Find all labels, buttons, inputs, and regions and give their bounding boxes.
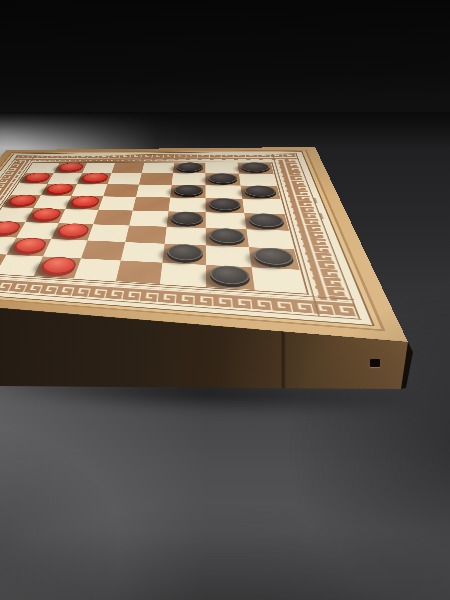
black-piece[interactable]: ⛂: [173, 185, 202, 196]
square-r2c8[interactable]: [239, 174, 277, 186]
square-r3c3[interactable]: [71, 184, 107, 196]
square-r2c6[interactable]: [172, 173, 206, 185]
square-r4c3[interactable]: ⛀: [65, 196, 103, 210]
square-r8c8[interactable]: [252, 267, 306, 293]
square-r1c6[interactable]: ⛂: [173, 163, 205, 174]
checkerboard: ⛀⛂⛂⛀⛀⛂⛀⛂⛂⛀⛀⛂⛀⛂⛂⛀⛀⛂⛀⛂⛂⛀⛀⛂: [0, 162, 306, 293]
square-r1c7[interactable]: [205, 163, 239, 174]
black-piece[interactable]: ⛂: [240, 162, 270, 171]
square-r2c5[interactable]: [139, 173, 173, 185]
square-r7c6[interactable]: ⛂: [162, 244, 206, 265]
red-piece[interactable]: ⛀: [30, 208, 63, 220]
square-r7c8[interactable]: ⛂: [249, 247, 300, 270]
square-r8c5[interactable]: [116, 261, 163, 284]
square-r3c7[interactable]: [205, 185, 242, 199]
square-r8c4[interactable]: [74, 258, 121, 281]
red-piece[interactable]: ⛀: [7, 195, 39, 206]
red-piece[interactable]: ⛀: [45, 183, 75, 193]
square-r1c5[interactable]: [142, 163, 175, 174]
square-r2c3[interactable]: ⛀: [77, 173, 111, 184]
square-r5c6[interactable]: ⛂: [167, 211, 206, 228]
black-piece[interactable]: ⛂: [243, 185, 276, 196]
black-piece[interactable]: ⛂: [170, 211, 202, 225]
red-piece[interactable]: ⛀: [23, 172, 52, 181]
red-piece[interactable]: ⛀: [69, 196, 100, 207]
square-r2c4[interactable]: [107, 173, 141, 184]
latch-hole: [370, 359, 380, 367]
square-r1c8[interactable]: ⛂: [237, 162, 273, 173]
square-r8c6[interactable]: [160, 263, 206, 287]
square-r4c5[interactable]: [133, 197, 170, 211]
square-r5c4[interactable]: [93, 210, 133, 226]
scene: ⛀⛂⛂⛀⛀⛂⛀⛂⛂⛀⛀⛂⛀⛂⛂⛀⛀⛂⛀⛂⛂⛀⛀⛂: [0, 0, 450, 600]
square-r3c4[interactable]: [103, 184, 139, 197]
square-r3c6[interactable]: ⛂: [170, 185, 205, 198]
black-piece[interactable]: ⛂: [208, 173, 237, 183]
black-piece[interactable]: ⛂: [176, 162, 203, 171]
black-piece[interactable]: ⛂: [210, 265, 250, 286]
square-r7c5[interactable]: [121, 242, 165, 263]
red-piece[interactable]: ⛀: [57, 163, 85, 171]
square-r6c7[interactable]: ⛂: [206, 228, 249, 247]
square-r1c4[interactable]: [111, 163, 144, 173]
square-r1c3[interactable]: [82, 163, 115, 173]
red-piece[interactable]: ⛀: [56, 223, 91, 237]
square-r3c8[interactable]: ⛂: [241, 186, 281, 200]
square-r5c5[interactable]: [129, 211, 168, 227]
black-piece[interactable]: ⛂: [209, 228, 245, 244]
square-r4c6[interactable]: [168, 198, 205, 213]
black-piece[interactable]: ⛂: [252, 247, 294, 266]
square-r4c8[interactable]: [242, 199, 284, 214]
black-piece[interactable]: ⛂: [247, 213, 284, 227]
horizon-shadow: [0, 112, 450, 148]
square-r3c5[interactable]: [136, 185, 172, 198]
red-piece[interactable]: ⛀: [11, 237, 48, 253]
square-r6c5[interactable]: [125, 226, 166, 244]
red-piece[interactable]: ⛀: [80, 173, 109, 182]
black-piece[interactable]: ⛂: [208, 198, 240, 210]
square-r2c7[interactable]: ⛂: [205, 173, 240, 185]
red-piece[interactable]: ⛀: [39, 256, 78, 274]
square-r6c4[interactable]: [87, 224, 129, 242]
square-r4c7[interactable]: ⛂: [206, 198, 245, 213]
square-r5c8[interactable]: ⛂: [244, 213, 289, 230]
black-piece[interactable]: ⛂: [166, 243, 202, 260]
square-r4c4[interactable]: [98, 196, 136, 210]
square-r7c4[interactable]: [81, 241, 125, 261]
square-r8c7[interactable]: ⛂: [206, 265, 255, 290]
square-r6c3[interactable]: ⛀: [51, 223, 93, 240]
